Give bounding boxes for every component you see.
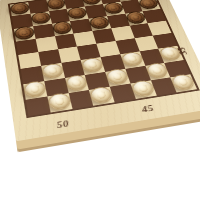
checkers-set-photo: 50 45 35 [0, 0, 200, 200]
piece-light [23, 80, 47, 98]
playing-area [8, 0, 200, 118]
checkers-board: 50 45 35 [0, 0, 200, 141]
border-label-50: 50 [56, 119, 70, 130]
border-label-45: 45 [140, 104, 155, 114]
square-b1 [47, 93, 72, 113]
border-label-35: 35 [176, 46, 189, 55]
